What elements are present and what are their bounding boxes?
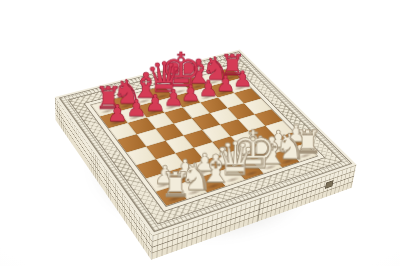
piece-red-pawn-g7[interactable]: ♟ xyxy=(216,73,236,95)
piece-ivory-rook-a1[interactable]: ♜ xyxy=(161,168,192,202)
chess-box: ♜♞♝♛♚♝♞♜♟♟♟♟♟♟♟♟♟♟♟♟♟♟♟♟♜♞♝♛♚♝♞♜ xyxy=(55,49,357,235)
board-top: ♜♞♝♛♚♝♞♜♟♟♟♟♟♟♟♟♟♟♟♟♟♟♟♟♜♞♝♛♚♝♞♜ xyxy=(55,49,357,235)
piece-red-pawn-a7[interactable]: ♟ xyxy=(107,102,128,125)
clasp-slot xyxy=(325,180,334,189)
piece-red-pawn-b7[interactable]: ♟ xyxy=(126,97,147,120)
piece-red-pawn-e7[interactable]: ♟ xyxy=(181,82,201,104)
square-a1[interactable]: ♜ xyxy=(156,185,187,205)
frame-band-outer: ♜♞♝♛♚♝♞♜♟♟♟♟♟♟♟♟♟♟♟♟♟♟♟♟♜♞♝♛♚♝♞♜ xyxy=(59,51,353,232)
photo-stage: ♜♞♝♛♚♝♞♜♟♟♟♟♟♟♟♟♟♟♟♟♟♟♟♟♜♞♝♛♚♝♞♜ xyxy=(0,0,400,266)
square-a7[interactable]: ♟ xyxy=(100,111,128,128)
fold-seam xyxy=(257,198,261,222)
scene: ♜♞♝♛♚♝♞♜♟♟♟♟♟♟♟♟♟♟♟♟♟♟♟♟♜♞♝♛♚♝♞♜ xyxy=(0,0,400,266)
piece-red-pawn-c7[interactable]: ♟ xyxy=(145,92,165,115)
chess-board: ♜♞♝♛♚♝♞♜♟♟♟♟♟♟♟♟♟♟♟♟♟♟♟♟♜♞♝♛♚♝♞♜ xyxy=(90,67,318,207)
piece-red-pawn-d7[interactable]: ♟ xyxy=(163,87,183,109)
piece-red-pawn-f7[interactable]: ♟ xyxy=(198,77,218,99)
